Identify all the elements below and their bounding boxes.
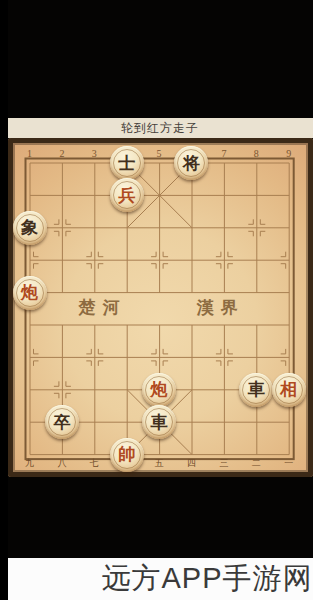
piece-glyph: 炮 bbox=[21, 284, 38, 301]
black-soldier[interactable]: 卒 bbox=[45, 405, 79, 439]
watermark-strip: 远方APP手游网 bbox=[8, 558, 313, 600]
piece-glyph: 炮 bbox=[151, 381, 168, 398]
turn-indicator-text: 轮到红方走子 bbox=[121, 120, 199, 137]
piece-glyph: 兵 bbox=[118, 187, 135, 204]
black-advisor[interactable]: 士 bbox=[110, 146, 144, 180]
piece-grid: 士将兵象炮炮車相卒車帥 bbox=[13, 147, 305, 471]
piece-glyph: 相 bbox=[280, 381, 297, 398]
piece-glyph: 卒 bbox=[53, 414, 70, 431]
red-elephant[interactable]: 相 bbox=[272, 373, 306, 407]
xiangqi-board[interactable]: 123456789 九八七六五四三二一 楚河 漢界 士将兵象炮炮車相卒車帥 bbox=[8, 138, 313, 477]
top-letterbox bbox=[8, 0, 313, 118]
turn-banner: 轮到红方走子 bbox=[8, 118, 313, 138]
piece-glyph: 象 bbox=[21, 219, 38, 236]
black-chariot[interactable]: 車 bbox=[142, 405, 176, 439]
bottom-letterbox bbox=[8, 477, 313, 558]
watermark-text: 远方APP手游网 bbox=[101, 559, 312, 599]
red-cannon[interactable]: 炮 bbox=[13, 276, 47, 310]
red-soldier[interactable]: 兵 bbox=[110, 178, 144, 212]
piece-glyph: 車 bbox=[151, 414, 168, 431]
app-screen: 轮到红方走子 123456789 九八七六五四三二一 楚河 漢界 士将兵象炮炮車… bbox=[8, 0, 313, 600]
red-cannon[interactable]: 炮 bbox=[142, 373, 176, 407]
black-general[interactable]: 将 bbox=[174, 146, 208, 180]
piece-glyph: 車 bbox=[248, 381, 265, 398]
black-chariot[interactable]: 車 bbox=[239, 373, 273, 407]
piece-glyph: 士 bbox=[118, 155, 135, 172]
red-general[interactable]: 帥 bbox=[110, 438, 144, 472]
piece-glyph: 帥 bbox=[118, 446, 135, 463]
piece-glyph: 将 bbox=[183, 155, 200, 172]
black-elephant[interactable]: 象 bbox=[13, 211, 47, 245]
